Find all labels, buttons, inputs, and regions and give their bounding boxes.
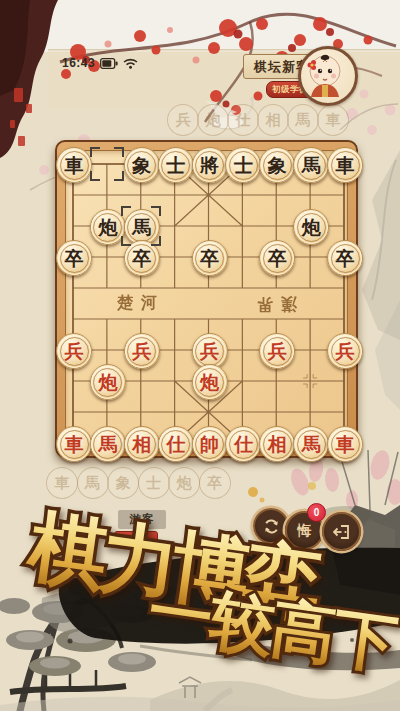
xiangqi-board[interactable]: 楚河 漢界 車象士將士象馬車炮馬炮卒卒卒卒卒兵兵兵兵兵炮炮車馬相仕帥仕相馬車 (55, 140, 358, 458)
piece-black-soldier[interactable]: 卒 (124, 240, 160, 276)
piece-red-soldier[interactable]: 兵 (259, 333, 295, 369)
piece-red-horse[interactable]: 馬 (90, 426, 126, 462)
watermark-piece: 車 (317, 104, 349, 136)
river-label-left: 楚河 (117, 293, 165, 314)
piece-glyph: 車 (336, 156, 355, 175)
piece-glyph: 車 (65, 435, 84, 454)
piece-glyph: 相 (132, 435, 151, 454)
piece-red-chariot[interactable]: 車 (327, 426, 363, 462)
piece-glyph: 炮 (98, 218, 117, 237)
restart-button[interactable] (253, 508, 289, 544)
piece-glyph: 兵 (268, 342, 287, 361)
piece-glyph: 兵 (65, 342, 84, 361)
piece-glyph: 帥 (200, 435, 219, 454)
restart-icon (263, 518, 280, 535)
opponent-rank-badge (114, 531, 158, 546)
piece-glyph: 炮 (98, 373, 117, 392)
exit-button[interactable] (322, 512, 361, 551)
battery-icon (100, 58, 118, 69)
piece-red-general[interactable]: 帥 (192, 426, 228, 462)
exit-icon (333, 524, 351, 540)
watermark-piece: 相 (257, 104, 289, 136)
piece-glyph: 兵 (132, 342, 151, 361)
piece-black-chariot[interactable]: 車 (56, 147, 92, 183)
piece-glyph: 相 (268, 435, 287, 454)
undo-count-badge: 0 (307, 503, 326, 522)
piece-black-soldier[interactable]: 卒 (192, 240, 228, 276)
piece-red-cannon[interactable]: 炮 (192, 364, 228, 400)
piece-black-horse[interactable]: 馬 (293, 147, 329, 183)
watermark-piece: 馬 (77, 467, 109, 499)
piece-black-soldier[interactable]: 卒 (259, 240, 295, 276)
piece-glyph: 象 (132, 156, 151, 175)
wifi-icon (123, 58, 138, 69)
piece-glyph: 炮 (302, 218, 321, 237)
piece-glyph: 馬 (98, 435, 117, 454)
piece-red-soldier[interactable]: 兵 (327, 333, 363, 369)
piece-black-general[interactable]: 將 (192, 147, 228, 183)
piece-red-chariot[interactable]: 車 (56, 426, 92, 462)
piece-red-soldier[interactable]: 兵 (56, 333, 92, 369)
piece-glyph: 卒 (268, 249, 287, 268)
watermark-piece: 炮 (197, 104, 229, 136)
piece-glyph: 卒 (200, 249, 219, 268)
piece-glyph: 卒 (336, 249, 355, 268)
piece-black-soldier[interactable]: 卒 (56, 240, 92, 276)
piece-glyph: 象 (268, 156, 287, 175)
piece-glyph: 馬 (302, 435, 321, 454)
piece-black-elephant[interactable]: 象 (124, 147, 160, 183)
piece-red-elephant[interactable]: 相 (124, 426, 160, 462)
piece-glyph: 士 (166, 156, 185, 175)
status-bar: 16:43 (62, 56, 138, 70)
piece-red-cannon[interactable]: 炮 (90, 364, 126, 400)
piece-glyph: 士 (234, 156, 253, 175)
board-grid (57, 142, 360, 460)
watermark-piece: 炮 (168, 467, 200, 499)
piece-glyph: 卒 (132, 249, 151, 268)
piece-glyph: 仕 (234, 435, 253, 454)
piece-glyph: 車 (336, 435, 355, 454)
game-screen: 16:43 棋坛新客 初级学徒 兵炮仕 (0, 0, 400, 711)
watermark-piece: 象 (107, 467, 139, 499)
undo-label: 悔 (298, 522, 312, 540)
piece-glyph: 將 (200, 156, 219, 175)
piece-glyph: 馬 (302, 156, 321, 175)
watermark-piece: 馬 (287, 104, 319, 136)
avatar[interactable] (298, 46, 358, 106)
piece-glyph: 炮 (200, 373, 219, 392)
opponent-name-label: 游客 (118, 510, 166, 529)
watermark-piece: 兵 (167, 104, 199, 136)
piece-black-soldier[interactable]: 卒 (327, 240, 363, 276)
piece-glyph: 車 (65, 156, 84, 175)
piece-glyph: 仕 (166, 435, 185, 454)
piece-black-cannon[interactable]: 炮 (90, 209, 126, 245)
piece-black-advisor[interactable]: 士 (158, 147, 194, 183)
piece-glyph: 卒 (65, 249, 84, 268)
piece-black-cannon[interactable]: 炮 (293, 209, 329, 245)
piece-red-advisor[interactable]: 仕 (158, 426, 194, 462)
watermark-piece: 卒 (199, 467, 231, 499)
watermark-piece: 仕 (227, 104, 259, 136)
watermark-piece: 車 (46, 467, 78, 499)
piece-glyph: 兵 (336, 342, 355, 361)
piece-black-elephant[interactable]: 象 (259, 147, 295, 183)
piece-red-horse[interactable]: 馬 (293, 426, 329, 462)
baby-avatar-icon (301, 49, 349, 97)
watermark-piece: 士 (138, 467, 170, 499)
piece-red-elephant[interactable]: 相 (259, 426, 295, 462)
piece-glyph: 馬 (132, 218, 151, 237)
clock-label: 16:43 (62, 56, 95, 70)
piece-black-chariot[interactable]: 車 (327, 147, 363, 183)
river-label-right: 漢界 (249, 293, 297, 314)
piece-red-soldier[interactable]: 兵 (124, 333, 160, 369)
piece-glyph: 兵 (200, 342, 219, 361)
